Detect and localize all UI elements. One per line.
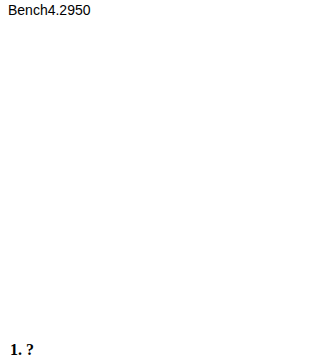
position-title: Bench4.2950 [0,0,320,20]
move-prompt: 1. ? [0,340,320,360]
chess-board[interactable] [0,20,320,340]
chess-app-window: Bench4.2950 1. ? [0,0,320,360]
